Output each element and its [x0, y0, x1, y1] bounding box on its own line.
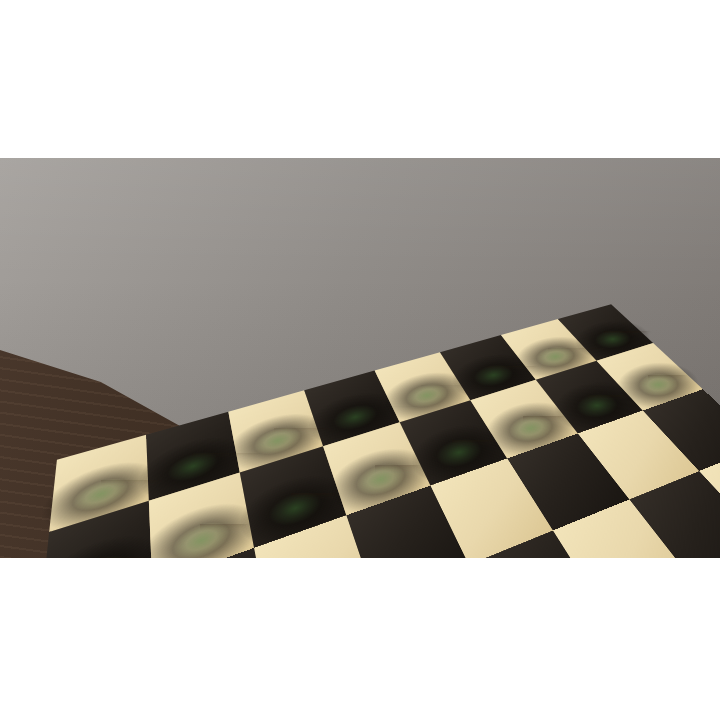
board-scene: ♜♞♝♚♛♝♞♜♟♟♟♟♟♟♟♟	[0, 158, 720, 558]
chess-board: ♜♞♝♚♛♝♞♜♟♟♟♟♟♟♟♟	[0, 304, 720, 558]
board-grid: ♜♞♝♚♛♝♞♜♟♟♟♟♟♟♟♟	[0, 304, 720, 558]
product-image-canvas: ♜♞♝♚♛♝♞♜♟♟♟♟♟♟♟♟	[0, 0, 720, 720]
square-h2: ♟	[39, 501, 152, 558]
chess-set-photo: ♜♞♝♚♛♝♞♜♟♟♟♟♟♟♟♟	[0, 158, 720, 558]
pawn-icon: ♟	[27, 418, 171, 558]
